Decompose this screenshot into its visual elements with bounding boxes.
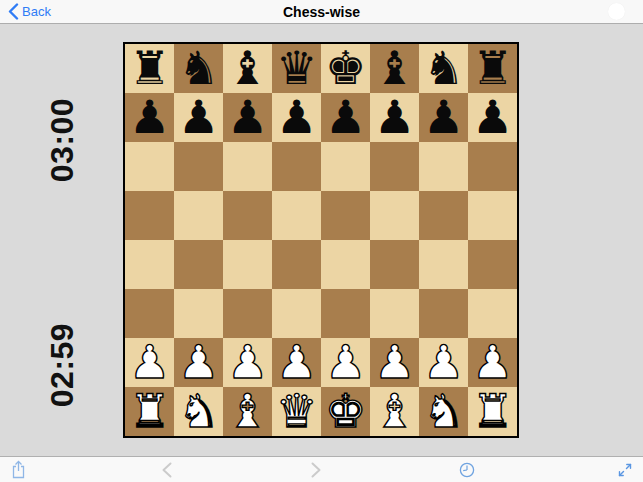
expand-icon <box>617 462 633 478</box>
square-h6[interactable] <box>468 142 517 191</box>
square-a5[interactable] <box>125 191 174 240</box>
expand-button[interactable] <box>610 457 640 482</box>
square-f2[interactable]: ♟ <box>370 338 419 387</box>
square-a6[interactable] <box>125 142 174 191</box>
square-h7[interactable]: ♟ <box>468 93 517 142</box>
black-clock: 03:00 <box>45 80 79 200</box>
piece-black-rook[interactable]: ♜ <box>129 44 170 93</box>
square-b5[interactable] <box>174 191 223 240</box>
square-g7[interactable]: ♟ <box>419 93 468 142</box>
square-f8[interactable]: ♝ <box>370 44 419 93</box>
previous-move-button[interactable] <box>152 457 182 482</box>
next-move-button[interactable] <box>301 457 331 482</box>
clock-icon <box>459 462 475 478</box>
piece-black-rook[interactable]: ♜ <box>472 44 513 93</box>
piece-white-bishop[interactable]: ♝ <box>227 387 268 436</box>
chess-board: ♜♞♝♛♚♝♞♜♟♟♟♟♟♟♟♟♟♟♟♟♟♟♟♟♜♞♝♛♚♝♞♜ <box>123 42 519 438</box>
square-g5[interactable] <box>419 191 468 240</box>
square-g2[interactable]: ♟ <box>419 338 468 387</box>
square-d6[interactable] <box>272 142 321 191</box>
piece-white-pawn[interactable]: ♟ <box>325 338 366 387</box>
piece-white-pawn[interactable]: ♟ <box>129 338 170 387</box>
piece-black-queen[interactable]: ♛ <box>276 44 317 93</box>
piece-black-knight[interactable]: ♞ <box>178 44 219 93</box>
square-a4[interactable] <box>125 240 174 289</box>
bottom-toolbar <box>0 456 643 482</box>
square-f3[interactable] <box>370 289 419 338</box>
square-h3[interactable] <box>468 289 517 338</box>
square-b7[interactable]: ♟ <box>174 93 223 142</box>
clock-button[interactable] <box>452 457 482 482</box>
piece-white-bishop[interactable]: ♝ <box>374 387 415 436</box>
square-b3[interactable] <box>174 289 223 338</box>
square-a8[interactable]: ♜ <box>125 44 174 93</box>
square-c7[interactable]: ♟ <box>223 93 272 142</box>
piece-black-pawn[interactable]: ♟ <box>227 93 268 142</box>
square-g1[interactable]: ♞ <box>419 387 468 436</box>
square-c3[interactable] <box>223 289 272 338</box>
square-a1[interactable]: ♜ <box>125 387 174 436</box>
square-e3[interactable] <box>321 289 370 338</box>
piece-black-pawn[interactable]: ♟ <box>423 93 464 142</box>
square-e2[interactable]: ♟ <box>321 338 370 387</box>
square-b8[interactable]: ♞ <box>174 44 223 93</box>
piece-white-knight[interactable]: ♞ <box>178 387 219 436</box>
piece-black-king[interactable]: ♚ <box>325 44 366 93</box>
piece-black-bishop[interactable]: ♝ <box>227 44 268 93</box>
square-c5[interactable] <box>223 191 272 240</box>
piece-black-pawn[interactable]: ♟ <box>129 93 170 142</box>
square-e1[interactable]: ♚ <box>321 387 370 436</box>
previous-move-icon <box>162 462 172 478</box>
square-h2[interactable]: ♟ <box>468 338 517 387</box>
square-b2[interactable]: ♟ <box>174 338 223 387</box>
navigation-bar: Back Chess-wise <box>0 0 643 24</box>
piece-black-pawn[interactable]: ♟ <box>178 93 219 142</box>
page-title: Chess-wise <box>0 0 643 23</box>
square-b1[interactable]: ♞ <box>174 387 223 436</box>
square-c8[interactable]: ♝ <box>223 44 272 93</box>
square-b6[interactable] <box>174 142 223 191</box>
piece-white-rook[interactable]: ♜ <box>129 387 170 436</box>
piece-black-pawn[interactable]: ♟ <box>374 93 415 142</box>
piece-white-pawn[interactable]: ♟ <box>276 338 317 387</box>
square-d2[interactable]: ♟ <box>272 338 321 387</box>
square-e4[interactable] <box>321 240 370 289</box>
white-clock: 02:59 <box>45 305 79 425</box>
square-e6[interactable] <box>321 142 370 191</box>
square-h1[interactable]: ♜ <box>468 387 517 436</box>
square-d5[interactable] <box>272 191 321 240</box>
piece-white-king[interactable]: ♚ <box>325 387 366 436</box>
square-d8[interactable]: ♛ <box>272 44 321 93</box>
square-g8[interactable]: ♞ <box>419 44 468 93</box>
piece-white-queen[interactable]: ♛ <box>276 387 317 436</box>
piece-white-pawn[interactable]: ♟ <box>178 338 219 387</box>
piece-black-knight[interactable]: ♞ <box>423 44 464 93</box>
square-e5[interactable] <box>321 191 370 240</box>
piece-white-pawn[interactable]: ♟ <box>374 338 415 387</box>
square-f7[interactable]: ♟ <box>370 93 419 142</box>
square-c2[interactable]: ♟ <box>223 338 272 387</box>
piece-black-pawn[interactable]: ♟ <box>276 93 317 142</box>
piece-white-rook[interactable]: ♜ <box>472 387 513 436</box>
piece-white-pawn[interactable]: ♟ <box>227 338 268 387</box>
share-icon <box>11 460 26 479</box>
square-d7[interactable]: ♟ <box>272 93 321 142</box>
square-h4[interactable] <box>468 240 517 289</box>
square-e8[interactable]: ♚ <box>321 44 370 93</box>
share-button[interactable] <box>3 457 33 482</box>
square-a3[interactable] <box>125 289 174 338</box>
turn-indicator-white-dot <box>608 3 625 20</box>
square-c6[interactable] <box>223 142 272 191</box>
square-h5[interactable] <box>468 191 517 240</box>
piece-white-pawn[interactable]: ♟ <box>423 338 464 387</box>
next-move-icon <box>311 462 321 478</box>
piece-black-pawn[interactable]: ♟ <box>472 93 513 142</box>
square-b4[interactable] <box>174 240 223 289</box>
square-g4[interactable] <box>419 240 468 289</box>
square-c1[interactable]: ♝ <box>223 387 272 436</box>
piece-black-pawn[interactable]: ♟ <box>325 93 366 142</box>
square-f1[interactable]: ♝ <box>370 387 419 436</box>
square-e7[interactable]: ♟ <box>321 93 370 142</box>
square-a7[interactable]: ♟ <box>125 93 174 142</box>
square-d1[interactable]: ♛ <box>272 387 321 436</box>
piece-black-bishop[interactable]: ♝ <box>374 44 415 93</box>
square-f6[interactable] <box>370 142 419 191</box>
square-f4[interactable] <box>370 240 419 289</box>
square-d4[interactable] <box>272 240 321 289</box>
piece-white-pawn[interactable]: ♟ <box>472 338 513 387</box>
square-f5[interactable] <box>370 191 419 240</box>
piece-white-knight[interactable]: ♞ <box>423 387 464 436</box>
square-c4[interactable] <box>223 240 272 289</box>
square-g3[interactable] <box>419 289 468 338</box>
square-g6[interactable] <box>419 142 468 191</box>
square-h8[interactable]: ♜ <box>468 44 517 93</box>
square-a2[interactable]: ♟ <box>125 338 174 387</box>
square-d3[interactable] <box>272 289 321 338</box>
